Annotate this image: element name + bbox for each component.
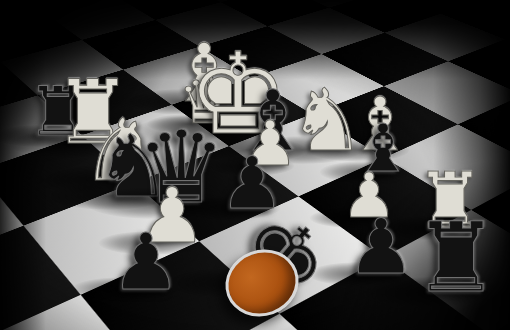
piece-black-rook: ♜ <box>413 210 499 306</box>
chess-scene: ♝♛♚♜♜♝♞♝♟♝♞♞♛♟♟♜♟♟♚♟♜ <box>0 0 510 330</box>
pieces-layer: ♝♛♚♜♜♝♞♝♟♝♞♞♛♟♟♜♟♟♚♟♜ <box>0 0 510 330</box>
piece-black-pawn: ♟ <box>347 209 415 285</box>
piece-black-pawn: ♟ <box>111 223 181 301</box>
